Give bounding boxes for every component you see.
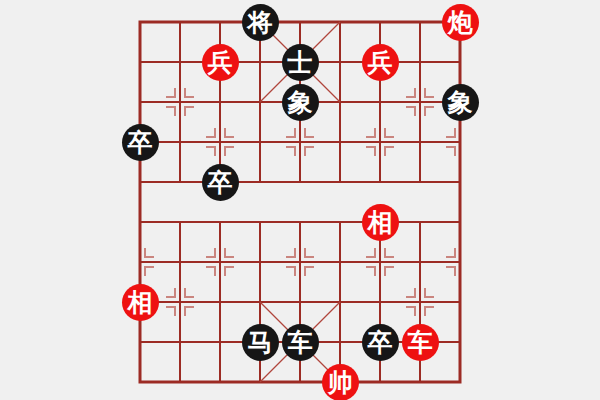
- piece-grid: 将炮兵士兵象象卒卒相相马车卒车帅: [120, 2, 480, 400]
- piece-red-chariot[interactable]: 车: [402, 324, 439, 361]
- piece-black-soldier[interactable]: 卒: [362, 324, 399, 361]
- piece-red-elephant[interactable]: 相: [362, 204, 399, 241]
- piece-black-general[interactable]: 将: [242, 4, 279, 41]
- piece-black-soldier[interactable]: 卒: [122, 124, 159, 161]
- piece-black-soldier[interactable]: 卒: [202, 164, 239, 201]
- xiangqi-board: 将炮兵士兵象象卒卒相相马车卒车帅: [0, 0, 600, 400]
- piece-black-chariot[interactable]: 车: [282, 324, 319, 361]
- piece-red-cannon[interactable]: 炮: [442, 4, 479, 41]
- piece-black-advisor[interactable]: 士: [282, 44, 319, 81]
- piece-red-elephant[interactable]: 相: [122, 284, 159, 321]
- piece-red-soldier[interactable]: 兵: [362, 44, 399, 81]
- piece-black-horse[interactable]: 马: [242, 324, 279, 361]
- piece-black-elephant[interactable]: 象: [282, 84, 319, 121]
- piece-red-general[interactable]: 帅: [322, 364, 359, 400]
- piece-red-soldier[interactable]: 兵: [202, 44, 239, 81]
- piece-black-elephant[interactable]: 象: [442, 84, 479, 121]
